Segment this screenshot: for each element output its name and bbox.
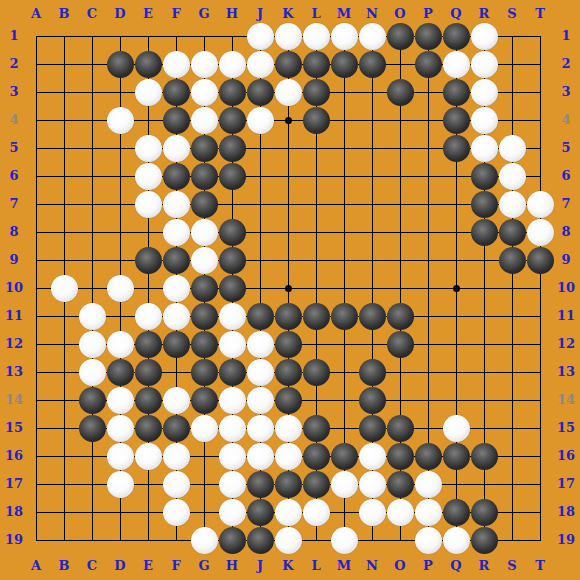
white-stone[interactable] (219, 415, 246, 442)
white-stone[interactable] (331, 471, 358, 498)
row-label-right: 16 (553, 449, 579, 463)
white-stone[interactable] (163, 51, 190, 78)
white-stone[interactable] (107, 387, 134, 414)
column-label-top: O (386, 7, 414, 21)
white-stone[interactable] (359, 499, 386, 526)
black-stone[interactable] (471, 527, 498, 554)
row-label-left: 11 (1, 309, 27, 323)
row-label-left: 6 (1, 169, 27, 183)
black-stone[interactable] (471, 163, 498, 190)
black-stone[interactable] (107, 359, 134, 386)
black-stone[interactable] (191, 135, 218, 162)
white-stone[interactable] (443, 415, 470, 442)
black-stone[interactable] (471, 443, 498, 470)
star-point (453, 285, 460, 292)
white-stone[interactable] (247, 443, 274, 470)
white-stone[interactable] (275, 23, 302, 50)
black-stone[interactable] (303, 79, 330, 106)
column-label-bottom: L (302, 559, 330, 573)
row-label-right: 15 (553, 421, 579, 435)
white-stone[interactable] (247, 415, 274, 442)
white-stone[interactable] (219, 443, 246, 470)
row-label-right: 4 (553, 113, 579, 127)
row-label-right: 17 (553, 477, 579, 491)
column-label-bottom: O (386, 559, 414, 573)
black-stone[interactable] (219, 247, 246, 274)
white-stone[interactable] (135, 79, 162, 106)
star-point (285, 285, 292, 292)
row-label-left: 1 (1, 29, 27, 43)
row-label-right: 7 (553, 197, 579, 211)
white-stone[interactable] (387, 499, 414, 526)
black-stone[interactable] (275, 471, 302, 498)
white-stone[interactable] (163, 387, 190, 414)
white-stone[interactable] (107, 415, 134, 442)
white-stone[interactable] (415, 471, 442, 498)
black-stone[interactable] (443, 499, 470, 526)
white-stone[interactable] (471, 135, 498, 162)
black-stone[interactable] (387, 23, 414, 50)
black-stone[interactable] (331, 51, 358, 78)
white-stone[interactable] (415, 499, 442, 526)
white-stone[interactable] (163, 303, 190, 330)
white-stone[interactable] (219, 51, 246, 78)
black-stone[interactable] (135, 51, 162, 78)
white-stone[interactable] (163, 499, 190, 526)
black-stone[interactable] (359, 387, 386, 414)
row-label-left: 17 (1, 477, 27, 491)
black-stone[interactable] (219, 219, 246, 246)
black-stone[interactable] (303, 471, 330, 498)
column-label-bottom: G (190, 559, 218, 573)
black-stone[interactable] (443, 79, 470, 106)
column-label-top: B (50, 7, 78, 21)
column-label-top: N (358, 7, 386, 21)
column-label-top: F (162, 7, 190, 21)
black-stone[interactable] (191, 303, 218, 330)
black-stone[interactable] (219, 359, 246, 386)
white-stone[interactable] (443, 527, 470, 554)
row-label-right: 9 (553, 253, 579, 267)
black-stone[interactable] (303, 51, 330, 78)
row-label-right: 2 (553, 57, 579, 71)
black-stone[interactable] (471, 191, 498, 218)
white-stone[interactable] (219, 471, 246, 498)
white-stone[interactable] (191, 247, 218, 274)
white-stone[interactable] (191, 415, 218, 442)
column-label-top: P (414, 7, 442, 21)
star-point (285, 117, 292, 124)
black-stone[interactable] (303, 359, 330, 386)
white-stone[interactable] (191, 107, 218, 134)
black-stone[interactable] (191, 163, 218, 190)
white-stone[interactable] (247, 359, 274, 386)
row-label-left: 13 (1, 365, 27, 379)
row-label-right: 12 (553, 337, 579, 351)
white-stone[interactable] (471, 79, 498, 106)
row-label-left: 14 (1, 393, 27, 407)
column-label-bottom: M (330, 559, 358, 573)
column-label-top: J (246, 7, 274, 21)
white-stone[interactable] (191, 79, 218, 106)
white-stone[interactable] (499, 163, 526, 190)
row-label-left: 18 (1, 505, 27, 519)
black-stone[interactable] (191, 387, 218, 414)
column-label-top: L (302, 7, 330, 21)
black-stone[interactable] (443, 107, 470, 134)
column-label-bottom: R (470, 559, 498, 573)
black-stone[interactable] (387, 443, 414, 470)
black-stone[interactable] (275, 387, 302, 414)
black-stone[interactable] (443, 23, 470, 50)
black-stone[interactable] (247, 303, 274, 330)
column-label-top: R (470, 7, 498, 21)
column-label-top: S (498, 7, 526, 21)
column-label-bottom: J (246, 559, 274, 573)
column-label-top: C (78, 7, 106, 21)
white-stone[interactable] (331, 527, 358, 554)
black-stone[interactable] (275, 359, 302, 386)
black-stone[interactable] (359, 51, 386, 78)
black-stone[interactable] (303, 107, 330, 134)
black-stone[interactable] (415, 23, 442, 50)
row-label-right: 5 (553, 141, 579, 155)
row-label-right: 11 (553, 309, 579, 323)
black-stone[interactable] (107, 51, 134, 78)
white-stone[interactable] (303, 23, 330, 50)
black-stone[interactable] (471, 499, 498, 526)
black-stone[interactable] (163, 331, 190, 358)
white-stone[interactable] (499, 191, 526, 218)
column-label-bottom: A (22, 559, 50, 573)
black-stone[interactable] (219, 135, 246, 162)
white-stone[interactable] (275, 527, 302, 554)
black-stone[interactable] (387, 79, 414, 106)
black-stone[interactable] (359, 303, 386, 330)
white-stone[interactable] (527, 219, 554, 246)
white-stone[interactable] (135, 191, 162, 218)
row-label-right: 13 (553, 365, 579, 379)
white-stone[interactable] (359, 23, 386, 50)
black-stone[interactable] (163, 107, 190, 134)
column-label-top: T (526, 7, 554, 21)
row-label-right: 19 (553, 533, 579, 547)
black-stone[interactable] (247, 471, 274, 498)
white-stone[interactable] (527, 191, 554, 218)
row-label-left: 8 (1, 225, 27, 239)
black-stone[interactable] (443, 443, 470, 470)
black-stone[interactable] (303, 303, 330, 330)
black-stone[interactable] (163, 79, 190, 106)
black-stone[interactable] (219, 163, 246, 190)
black-stone[interactable] (471, 219, 498, 246)
white-stone[interactable] (107, 107, 134, 134)
white-stone[interactable] (415, 527, 442, 554)
column-label-top: G (190, 7, 218, 21)
black-stone[interactable] (135, 415, 162, 442)
white-stone[interactable] (247, 107, 274, 134)
white-stone[interactable] (135, 443, 162, 470)
black-stone[interactable] (359, 359, 386, 386)
black-stone[interactable] (359, 415, 386, 442)
go-board: ABCDEFGHJKLMNOPQRST ABCDEFGHJKLMNOPQRST … (0, 0, 580, 580)
white-stone[interactable] (107, 443, 134, 470)
column-label-bottom: D (106, 559, 134, 573)
white-stone[interactable] (163, 275, 190, 302)
white-stone[interactable] (163, 471, 190, 498)
white-stone[interactable] (443, 51, 470, 78)
black-stone[interactable] (387, 471, 414, 498)
white-stone[interactable] (107, 471, 134, 498)
black-stone[interactable] (275, 303, 302, 330)
row-label-left: 12 (1, 337, 27, 351)
white-stone[interactable] (275, 79, 302, 106)
black-stone[interactable] (219, 275, 246, 302)
white-stone[interactable] (499, 135, 526, 162)
black-stone[interactable] (331, 443, 358, 470)
black-stone[interactable] (275, 331, 302, 358)
white-stone[interactable] (163, 219, 190, 246)
column-label-bottom: B (50, 559, 78, 573)
black-stone[interactable] (387, 415, 414, 442)
white-stone[interactable] (219, 499, 246, 526)
black-stone[interactable] (135, 387, 162, 414)
white-stone[interactable] (247, 51, 274, 78)
row-label-right: 14 (553, 393, 579, 407)
black-stone[interactable] (387, 303, 414, 330)
column-label-bottom: P (414, 559, 442, 573)
black-stone[interactable] (415, 51, 442, 78)
white-stone[interactable] (135, 135, 162, 162)
column-label-bottom: C (78, 559, 106, 573)
row-label-left: 10 (1, 281, 27, 295)
white-stone[interactable] (359, 471, 386, 498)
black-stone[interactable] (303, 415, 330, 442)
black-stone[interactable] (443, 135, 470, 162)
black-stone[interactable] (163, 247, 190, 274)
column-label-bottom: E (134, 559, 162, 573)
black-stone[interactable] (191, 359, 218, 386)
white-stone[interactable] (275, 499, 302, 526)
white-stone[interactable] (107, 275, 134, 302)
column-label-top: A (22, 7, 50, 21)
black-stone[interactable] (163, 163, 190, 190)
black-stone[interactable] (79, 387, 106, 414)
column-label-top: K (274, 7, 302, 21)
column-label-bottom: T (526, 559, 554, 573)
column-label-bottom: H (218, 559, 246, 573)
black-stone[interactable] (219, 107, 246, 134)
white-stone[interactable] (135, 303, 162, 330)
row-label-left: 3 (1, 85, 27, 99)
white-stone[interactable] (191, 51, 218, 78)
white-stone[interactable] (471, 23, 498, 50)
white-stone[interactable] (191, 219, 218, 246)
row-label-right: 6 (553, 169, 579, 183)
black-stone[interactable] (275, 51, 302, 78)
column-label-bottom: F (162, 559, 190, 573)
white-stone[interactable] (247, 331, 274, 358)
black-stone[interactable] (219, 527, 246, 554)
column-label-top: E (134, 7, 162, 21)
black-stone[interactable] (79, 415, 106, 442)
column-label-bottom: N (358, 559, 386, 573)
column-label-bottom: Q (442, 559, 470, 573)
black-stone[interactable] (499, 219, 526, 246)
black-stone[interactable] (191, 275, 218, 302)
row-label-left: 4 (1, 113, 27, 127)
white-stone[interactable] (51, 275, 78, 302)
column-label-bottom: K (274, 559, 302, 573)
black-stone[interactable] (163, 415, 190, 442)
white-stone[interactable] (219, 331, 246, 358)
white-stone[interactable] (471, 51, 498, 78)
black-stone[interactable] (135, 359, 162, 386)
white-stone[interactable] (135, 163, 162, 190)
row-label-right: 3 (553, 85, 579, 99)
black-stone[interactable] (331, 303, 358, 330)
white-stone[interactable] (247, 387, 274, 414)
white-stone[interactable] (79, 331, 106, 358)
black-stone[interactable] (499, 247, 526, 274)
white-stone[interactable] (471, 107, 498, 134)
white-stone[interactable] (219, 387, 246, 414)
column-label-bottom: S (498, 559, 526, 573)
black-stone[interactable] (135, 331, 162, 358)
white-stone[interactable] (275, 415, 302, 442)
white-stone[interactable] (191, 527, 218, 554)
white-stone[interactable] (275, 443, 302, 470)
white-stone[interactable] (163, 191, 190, 218)
row-label-right: 18 (553, 505, 579, 519)
row-label-left: 2 (1, 57, 27, 71)
column-label-top: Q (442, 7, 470, 21)
row-label-left: 9 (1, 253, 27, 267)
white-stone[interactable] (359, 443, 386, 470)
row-label-left: 5 (1, 141, 27, 155)
white-stone[interactable] (163, 135, 190, 162)
column-label-top: M (330, 7, 358, 21)
white-stone[interactable] (331, 23, 358, 50)
black-stone[interactable] (219, 79, 246, 106)
white-stone[interactable] (247, 23, 274, 50)
white-stone[interactable] (303, 499, 330, 526)
row-label-left: 16 (1, 449, 27, 463)
black-stone[interactable] (135, 247, 162, 274)
black-stone[interactable] (415, 443, 442, 470)
row-label-left: 7 (1, 197, 27, 211)
column-label-top: H (218, 7, 246, 21)
white-stone[interactable] (79, 359, 106, 386)
column-label-top: D (106, 7, 134, 21)
white-stone[interactable] (79, 303, 106, 330)
black-stone[interactable] (247, 79, 274, 106)
row-label-left: 15 (1, 421, 27, 435)
row-label-right: 10 (553, 281, 579, 295)
black-stone[interactable] (303, 443, 330, 470)
black-stone[interactable] (247, 527, 274, 554)
row-label-right: 8 (553, 225, 579, 239)
white-stone[interactable] (107, 331, 134, 358)
white-stone[interactable] (163, 443, 190, 470)
white-stone[interactable] (219, 303, 246, 330)
black-stone[interactable] (191, 331, 218, 358)
black-stone[interactable] (247, 499, 274, 526)
black-stone[interactable] (191, 191, 218, 218)
black-stone[interactable] (527, 247, 554, 274)
black-stone[interactable] (387, 331, 414, 358)
row-label-left: 19 (1, 533, 27, 547)
row-label-right: 1 (553, 29, 579, 43)
